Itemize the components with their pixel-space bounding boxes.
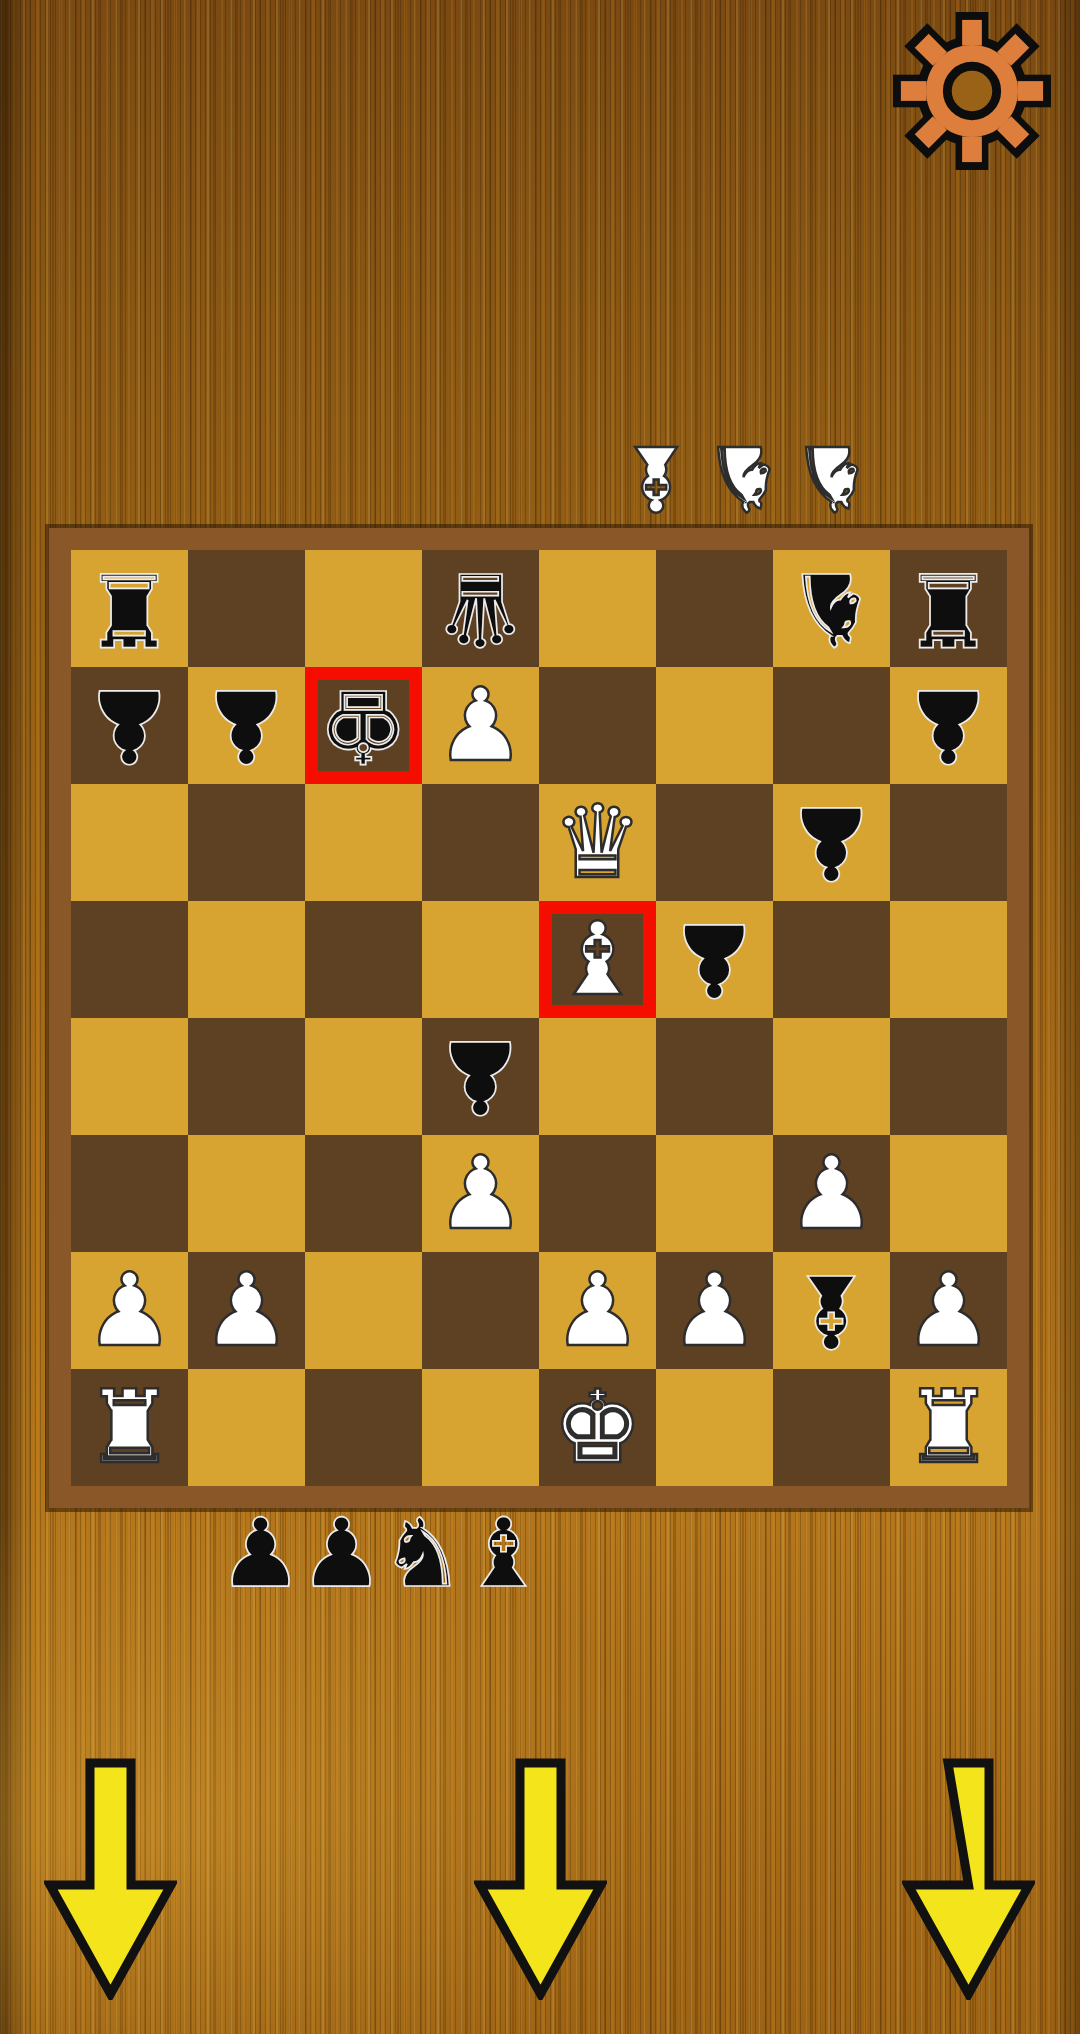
down-arrow-icon[interactable] bbox=[474, 1757, 607, 2000]
square-h3[interactable] bbox=[890, 1135, 1007, 1252]
captured-black-pawn-piece: ♟ bbox=[301, 1506, 382, 1600]
square-f3[interactable] bbox=[656, 1135, 773, 1252]
square-h8[interactable]: ♜ bbox=[890, 550, 1007, 667]
square-g6[interactable]: ♟ bbox=[773, 784, 890, 901]
square-d4[interactable]: ♟ bbox=[422, 1018, 539, 1135]
square-e3[interactable] bbox=[539, 1135, 656, 1252]
square-c8[interactable] bbox=[305, 550, 422, 667]
square-c4[interactable] bbox=[305, 1018, 422, 1135]
square-h5[interactable] bbox=[890, 901, 1007, 1018]
captured-white-bishop-piece: ♝ bbox=[612, 434, 700, 522]
captured-black-tray: ♟♟♞♝ bbox=[220, 1506, 544, 1600]
square-h1[interactable]: ♜ bbox=[890, 1369, 1007, 1486]
captured-black-pawn-piece: ♟ bbox=[220, 1506, 301, 1600]
square-f8[interactable] bbox=[656, 550, 773, 667]
black-queen-piece: ♛ bbox=[435, 550, 526, 667]
square-c3[interactable] bbox=[305, 1135, 422, 1252]
square-c2[interactable] bbox=[305, 1252, 422, 1369]
square-f6[interactable] bbox=[656, 784, 773, 901]
square-g3[interactable]: ♟ bbox=[773, 1135, 890, 1252]
square-d5[interactable] bbox=[422, 901, 539, 1018]
square-h6[interactable] bbox=[890, 784, 1007, 901]
square-h4[interactable] bbox=[890, 1018, 1007, 1135]
square-g8[interactable]: ♞ bbox=[773, 550, 890, 667]
down-arrow-shape bbox=[908, 1763, 1029, 1994]
captured-black-bishop-piece: ♝ bbox=[463, 1506, 544, 1600]
square-d8[interactable]: ♛ bbox=[422, 550, 539, 667]
captured-white-tray: ♝♞♞ bbox=[612, 434, 876, 522]
square-c5[interactable] bbox=[305, 901, 422, 1018]
captured-black-knight-piece: ♞ bbox=[382, 1506, 463, 1600]
square-c6[interactable] bbox=[305, 784, 422, 901]
square-h2[interactable]: ♟ bbox=[890, 1252, 1007, 1369]
square-e8[interactable] bbox=[539, 550, 656, 667]
square-a7[interactable]: ♟ bbox=[71, 667, 188, 784]
square-f4[interactable] bbox=[656, 1018, 773, 1135]
square-b8[interactable] bbox=[188, 550, 305, 667]
square-b2[interactable]: ♟ bbox=[188, 1252, 305, 1369]
white-bishop-piece: ♝ bbox=[552, 901, 643, 1018]
black-knight-piece: ♞ bbox=[786, 550, 877, 667]
square-b3[interactable] bbox=[188, 1135, 305, 1252]
square-c1[interactable] bbox=[305, 1369, 422, 1486]
captured-white-knight-piece: ♞ bbox=[788, 434, 876, 522]
square-e1[interactable]: ♚ bbox=[539, 1369, 656, 1486]
white-pawn-piece: ♟ bbox=[435, 667, 526, 784]
square-f5[interactable]: ♟ bbox=[656, 901, 773, 1018]
square-e2[interactable]: ♟ bbox=[539, 1252, 656, 1369]
settings-gear-icon[interactable] bbox=[893, 12, 1051, 170]
white-rook-piece: ♜ bbox=[84, 1369, 175, 1486]
white-king-piece: ♚ bbox=[552, 1369, 643, 1486]
square-f1[interactable] bbox=[656, 1369, 773, 1486]
black-rook-piece: ♜ bbox=[903, 550, 994, 667]
square-g7[interactable] bbox=[773, 667, 890, 784]
white-pawn-piece: ♟ bbox=[669, 1252, 760, 1369]
square-d7[interactable]: ♟ bbox=[422, 667, 539, 784]
square-e5[interactable]: ♝ bbox=[539, 901, 656, 1018]
square-b1[interactable] bbox=[188, 1369, 305, 1486]
black-bishop-piece: ♝ bbox=[786, 1252, 877, 1369]
black-rook-piece: ♜ bbox=[84, 550, 175, 667]
square-b6[interactable] bbox=[188, 784, 305, 901]
square-g5[interactable] bbox=[773, 901, 890, 1018]
square-g4[interactable] bbox=[773, 1018, 890, 1135]
black-pawn-piece: ♟ bbox=[786, 784, 877, 901]
square-f2[interactable]: ♟ bbox=[656, 1252, 773, 1369]
square-a8[interactable]: ♜ bbox=[71, 550, 188, 667]
white-queen-piece: ♛ bbox=[552, 784, 643, 901]
square-b5[interactable] bbox=[188, 901, 305, 1018]
square-f7[interactable] bbox=[656, 667, 773, 784]
square-d2[interactable] bbox=[422, 1252, 539, 1369]
square-a1[interactable]: ♜ bbox=[71, 1369, 188, 1486]
square-h7[interactable]: ♟ bbox=[890, 667, 1007, 784]
white-pawn-piece: ♟ bbox=[786, 1135, 877, 1252]
white-rook-piece: ♜ bbox=[903, 1369, 994, 1486]
square-d6[interactable] bbox=[422, 784, 539, 901]
square-e7[interactable] bbox=[539, 667, 656, 784]
black-pawn-piece: ♟ bbox=[903, 667, 994, 784]
square-d3[interactable]: ♟ bbox=[422, 1135, 539, 1252]
board-grid: ♜♛♞♜♟♟♚♟♟♛♟♝♟♟♟♟♟♟♟♟♝♟♜♚♜ bbox=[71, 550, 1007, 1486]
black-king-piece: ♚ bbox=[318, 667, 409, 784]
square-g1[interactable] bbox=[773, 1369, 890, 1486]
square-a3[interactable] bbox=[71, 1135, 188, 1252]
black-pawn-piece: ♟ bbox=[669, 901, 760, 1018]
white-pawn-piece: ♟ bbox=[201, 1252, 292, 1369]
white-pawn-piece: ♟ bbox=[84, 1252, 175, 1369]
black-pawn-piece: ♟ bbox=[84, 667, 175, 784]
square-c7[interactable]: ♚ bbox=[305, 667, 422, 784]
down-arrow-icon[interactable] bbox=[44, 1757, 177, 2000]
square-b4[interactable] bbox=[188, 1018, 305, 1135]
square-g2[interactable]: ♝ bbox=[773, 1252, 890, 1369]
black-pawn-piece: ♟ bbox=[435, 1018, 526, 1135]
black-pawn-piece: ♟ bbox=[201, 667, 292, 784]
square-b7[interactable]: ♟ bbox=[188, 667, 305, 784]
captured-white-knight-piece: ♞ bbox=[700, 434, 788, 522]
square-a2[interactable]: ♟ bbox=[71, 1252, 188, 1369]
square-d1[interactable] bbox=[422, 1369, 539, 1486]
white-pawn-piece: ♟ bbox=[435, 1135, 526, 1252]
square-a6[interactable] bbox=[71, 784, 188, 901]
square-e6[interactable]: ♛ bbox=[539, 784, 656, 901]
square-e4[interactable] bbox=[539, 1018, 656, 1135]
square-a5[interactable] bbox=[71, 901, 188, 1018]
chess-board: ♜♛♞♜♟♟♚♟♟♛♟♝♟♟♟♟♟♟♟♟♝♟♜♚♜ bbox=[49, 528, 1029, 1508]
game-screen: ♝♞♞ ♜♛♞♜♟♟♚♟♟♛♟♝♟♟♟♟♟♟♟♟♝♟♜♚♜ ♟♟♞♝ bbox=[0, 0, 1080, 2034]
white-pawn-piece: ♟ bbox=[552, 1252, 643, 1369]
square-a4[interactable] bbox=[71, 1018, 188, 1135]
white-pawn-piece: ♟ bbox=[903, 1252, 994, 1369]
down-arrow-icon[interactable] bbox=[902, 1757, 1035, 2000]
